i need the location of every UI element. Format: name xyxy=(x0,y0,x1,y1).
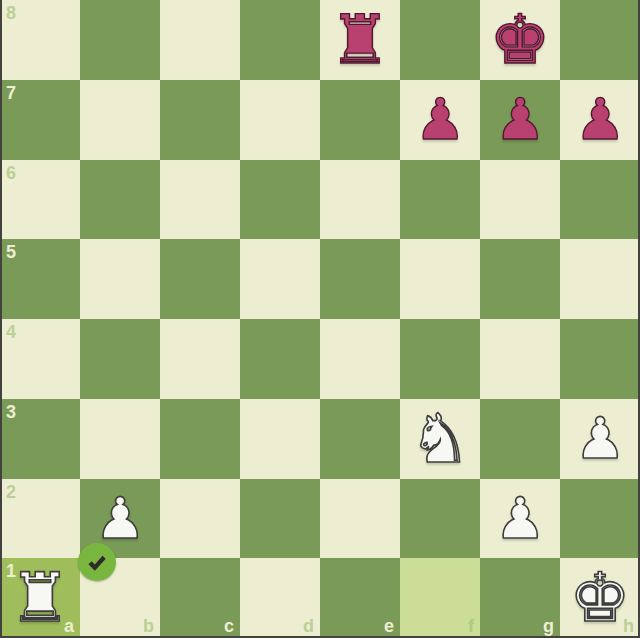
white-pawn[interactable]: ♟ xyxy=(574,410,625,467)
square-b8[interactable] xyxy=(80,0,160,80)
square-h5[interactable] xyxy=(560,239,640,319)
square-f7[interactable]: ♟ xyxy=(400,80,480,160)
square-a5[interactable]: 5 xyxy=(0,239,80,319)
square-c8[interactable] xyxy=(160,0,240,80)
square-h3[interactable]: ♟ xyxy=(560,399,640,479)
square-d6[interactable] xyxy=(240,160,320,240)
file-label-b: b xyxy=(143,617,154,635)
chess-board-wrapper: 8♜♚7♟♟♟6543♞♟2♟♟1a♜bcdefgh♚ xyxy=(0,0,640,638)
square-c4[interactable] xyxy=(160,319,240,399)
square-d2[interactable] xyxy=(240,479,320,559)
square-h8[interactable] xyxy=(560,0,640,80)
square-d1[interactable]: d xyxy=(240,558,320,638)
black-pawn[interactable]: ♟ xyxy=(494,91,545,148)
square-d4[interactable] xyxy=(240,319,320,399)
file-label-f: f xyxy=(468,617,474,635)
square-h6[interactable] xyxy=(560,160,640,240)
square-e8[interactable]: ♜ xyxy=(320,0,400,80)
square-b6[interactable] xyxy=(80,160,160,240)
correct-move-badge xyxy=(78,543,116,581)
square-g8[interactable]: ♚ xyxy=(480,0,560,80)
square-d3[interactable] xyxy=(240,399,320,479)
white-pawn[interactable]: ♟ xyxy=(94,490,145,547)
rank-label-2: 2 xyxy=(6,483,16,501)
square-c2[interactable] xyxy=(160,479,240,559)
square-c3[interactable] xyxy=(160,399,240,479)
black-pawn[interactable]: ♟ xyxy=(414,91,465,148)
square-d7[interactable] xyxy=(240,80,320,160)
square-e2[interactable] xyxy=(320,479,400,559)
square-d8[interactable] xyxy=(240,0,320,80)
square-a4[interactable]: 4 xyxy=(0,319,80,399)
file-label-g: g xyxy=(543,617,554,635)
square-a1[interactable]: 1a♜ xyxy=(0,558,80,638)
square-f5[interactable] xyxy=(400,239,480,319)
rank-label-6: 6 xyxy=(6,164,16,182)
square-c6[interactable] xyxy=(160,160,240,240)
square-a3[interactable]: 3 xyxy=(0,399,80,479)
square-e4[interactable] xyxy=(320,319,400,399)
square-g6[interactable] xyxy=(480,160,560,240)
rank-label-7: 7 xyxy=(6,84,16,102)
file-label-h: h xyxy=(623,617,634,635)
square-h2[interactable] xyxy=(560,479,640,559)
file-label-e: e xyxy=(384,617,394,635)
square-b4[interactable] xyxy=(80,319,160,399)
white-king[interactable]: ♚ xyxy=(570,564,631,632)
square-e1[interactable]: e xyxy=(320,558,400,638)
square-f3[interactable]: ♞ xyxy=(400,399,480,479)
square-e7[interactable] xyxy=(320,80,400,160)
square-g2[interactable]: ♟ xyxy=(480,479,560,559)
square-f8[interactable] xyxy=(400,0,480,80)
black-king[interactable]: ♚ xyxy=(490,6,551,74)
rank-label-3: 3 xyxy=(6,403,16,421)
file-label-a: a xyxy=(64,617,74,635)
square-f1[interactable]: f xyxy=(400,558,480,638)
rank-label-4: 4 xyxy=(6,323,16,341)
square-c5[interactable] xyxy=(160,239,240,319)
checkmark-icon xyxy=(84,549,110,575)
square-g7[interactable]: ♟ xyxy=(480,80,560,160)
white-pawn[interactable]: ♟ xyxy=(494,490,545,547)
rank-label-5: 5 xyxy=(6,243,16,261)
file-label-d: d xyxy=(303,617,314,635)
square-b5[interactable] xyxy=(80,239,160,319)
square-h4[interactable] xyxy=(560,319,640,399)
square-g3[interactable] xyxy=(480,399,560,479)
square-a8[interactable]: 8 xyxy=(0,0,80,80)
square-f4[interactable] xyxy=(400,319,480,399)
square-h7[interactable]: ♟ xyxy=(560,80,640,160)
white-knight[interactable]: ♞ xyxy=(410,405,471,473)
square-h1[interactable]: h♚ xyxy=(560,558,640,638)
square-e6[interactable] xyxy=(320,160,400,240)
square-g5[interactable] xyxy=(480,239,560,319)
square-a2[interactable]: 2 xyxy=(0,479,80,559)
square-f6[interactable] xyxy=(400,160,480,240)
rank-label-8: 8 xyxy=(6,4,16,22)
square-g1[interactable]: g xyxy=(480,558,560,638)
square-d5[interactable] xyxy=(240,239,320,319)
square-a7[interactable]: 7 xyxy=(0,80,80,160)
square-b7[interactable] xyxy=(80,80,160,160)
square-a6[interactable]: 6 xyxy=(0,160,80,240)
square-e3[interactable] xyxy=(320,399,400,479)
black-pawn[interactable]: ♟ xyxy=(574,91,625,148)
white-rook[interactable]: ♜ xyxy=(10,564,71,632)
square-c7[interactable] xyxy=(160,80,240,160)
square-e5[interactable] xyxy=(320,239,400,319)
black-rook[interactable]: ♜ xyxy=(330,6,391,74)
file-label-c: c xyxy=(224,617,234,635)
rank-label-1: 1 xyxy=(6,562,16,580)
square-c1[interactable]: c xyxy=(160,558,240,638)
square-g4[interactable] xyxy=(480,319,560,399)
square-b3[interactable] xyxy=(80,399,160,479)
square-f2[interactable] xyxy=(400,479,480,559)
